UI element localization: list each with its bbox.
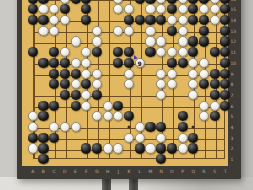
coord-number-8: 8 bbox=[231, 82, 234, 87]
coord-number-4: 4 bbox=[231, 125, 234, 130]
coord-number-5: 5 bbox=[231, 114, 234, 119]
coord-letter-C: C bbox=[53, 169, 56, 174]
coord-letter-A: A bbox=[31, 169, 34, 174]
star-point bbox=[192, 126, 195, 129]
coord-number-12: 12 bbox=[231, 39, 237, 44]
coord-letter-T: T bbox=[224, 169, 227, 174]
coord-letter-P: P bbox=[181, 169, 184, 174]
coord-letter-N: N bbox=[159, 169, 162, 174]
coord-letter-Q: Q bbox=[191, 169, 195, 174]
coord-letter-J: J bbox=[118, 169, 119, 174]
coord-letter-O: O bbox=[170, 169, 174, 174]
coord-number-15: 15 bbox=[231, 7, 237, 12]
coord-number-9: 9 bbox=[231, 71, 234, 76]
coord-number-3: 3 bbox=[231, 135, 234, 140]
coord-number-13: 13 bbox=[231, 28, 237, 33]
move-number-label: 9 bbox=[136, 59, 144, 69]
coord-number-1: 1 bbox=[231, 157, 234, 162]
coord-letter-G: G bbox=[95, 169, 99, 174]
white-stone-move-9: 9 bbox=[135, 58, 145, 68]
coord-letter-H: H bbox=[106, 169, 109, 174]
coord-letter-K: K bbox=[128, 169, 131, 174]
coord-letter-M: M bbox=[148, 169, 152, 174]
coord-number-16: 16 bbox=[231, 0, 237, 1]
coord-letter-L: L bbox=[138, 169, 141, 174]
coord-letter-B: B bbox=[42, 169, 45, 174]
board-stand-leg-right bbox=[129, 178, 138, 190]
scene: 9 ABCDEFGHJKLMNOPQRST 191817161514131211… bbox=[0, 0, 253, 190]
star-point bbox=[128, 126, 131, 129]
coord-letter-E: E bbox=[74, 169, 77, 174]
board-stand-leg-left bbox=[102, 178, 111, 190]
coord-number-10: 10 bbox=[231, 60, 237, 65]
coord-letter-F: F bbox=[85, 169, 88, 174]
coord-number-2: 2 bbox=[231, 146, 234, 151]
coord-number-11: 11 bbox=[231, 50, 237, 55]
coord-letter-R: R bbox=[202, 169, 205, 174]
coord-number-7: 7 bbox=[231, 92, 234, 97]
coord-number-14: 14 bbox=[231, 18, 237, 23]
coord-letter-D: D bbox=[63, 169, 66, 174]
coord-number-6: 6 bbox=[231, 103, 234, 108]
coord-letter-S: S bbox=[213, 169, 216, 174]
